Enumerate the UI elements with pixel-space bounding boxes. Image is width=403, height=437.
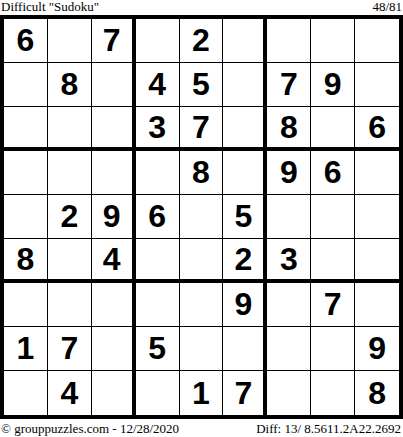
cell-r8c1: 1 <box>4 327 48 371</box>
cell-r2c6[interactable] <box>223 63 267 107</box>
cell-r6c4[interactable] <box>136 239 180 283</box>
cell-r7c8: 7 <box>311 283 355 327</box>
cell-r5c3: 9 <box>92 195 136 239</box>
cell-r8c6[interactable] <box>223 327 267 371</box>
cell-r4c9[interactable] <box>355 151 399 195</box>
cell-r7c4[interactable] <box>136 283 180 327</box>
cell-r3c1[interactable] <box>4 107 48 151</box>
cell-r6c1: 8 <box>4 239 48 283</box>
cell-r3c6[interactable] <box>223 107 267 151</box>
cell-r8c2: 7 <box>48 327 92 371</box>
cell-r6c9[interactable] <box>355 239 399 283</box>
difficulty-text: Diff: 13/ 8.5611.2A22.2692 <box>256 421 401 436</box>
cell-r6c2[interactable] <box>48 239 92 283</box>
cell-r9c4[interactable] <box>136 371 180 415</box>
cell-r8c3[interactable] <box>92 327 136 371</box>
cell-r2c2: 8 <box>48 63 92 107</box>
footer-bar: © grouppuzzles.com - 12/28/2020 Diff: 13… <box>0 419 403 437</box>
cell-r5c5[interactable] <box>180 195 224 239</box>
cell-r9c6: 7 <box>223 371 267 415</box>
cell-r8c8[interactable] <box>311 327 355 371</box>
cell-r7c7[interactable] <box>267 283 311 327</box>
cell-r4c4[interactable] <box>136 151 180 195</box>
cell-r2c9[interactable] <box>355 63 399 107</box>
cell-r1c2[interactable] <box>48 19 92 63</box>
cell-r4c2[interactable] <box>48 151 92 195</box>
cell-r8c5[interactable] <box>180 327 224 371</box>
cell-r3c2[interactable] <box>48 107 92 151</box>
cell-r1c7[interactable] <box>267 19 311 63</box>
cell-r3c3[interactable] <box>92 107 136 151</box>
cell-r3c7: 8 <box>267 107 311 151</box>
cell-r9c8[interactable] <box>311 371 355 415</box>
cell-r5c4: 6 <box>136 195 180 239</box>
cell-r6c6: 2 <box>223 239 267 283</box>
cell-r9c5: 1 <box>180 371 224 415</box>
cell-r6c8[interactable] <box>311 239 355 283</box>
cell-r1c9[interactable] <box>355 19 399 63</box>
cell-r1c6[interactable] <box>223 19 267 63</box>
cell-r6c5[interactable] <box>180 239 224 283</box>
empty-cells-counter: 48/81 <box>372 0 402 13</box>
cell-r3c5: 7 <box>180 107 224 151</box>
cell-r2c8: 9 <box>311 63 355 107</box>
cell-r1c4[interactable] <box>136 19 180 63</box>
sudoku-page: Difficult "Sudoku" 48/81 672845793786896… <box>0 0 403 437</box>
cell-r7c3[interactable] <box>92 283 136 327</box>
cell-r5c7[interactable] <box>267 195 311 239</box>
cell-r4c1[interactable] <box>4 151 48 195</box>
copyright-text: © grouppuzzles.com - 12/28/2020 <box>1 421 179 436</box>
cell-r5c8[interactable] <box>311 195 355 239</box>
cell-r6c7: 3 <box>267 239 311 283</box>
cell-r9c9: 8 <box>355 371 399 415</box>
cell-r1c3: 7 <box>92 19 136 63</box>
cell-r8c7[interactable] <box>267 327 311 371</box>
cell-r5c6: 5 <box>223 195 267 239</box>
cell-r7c5[interactable] <box>180 283 224 327</box>
cell-r3c4: 3 <box>136 107 180 151</box>
cell-r1c1: 6 <box>4 19 48 63</box>
cell-r7c2[interactable] <box>48 283 92 327</box>
cell-r2c5: 5 <box>180 63 224 107</box>
header-bar: Difficult "Sudoku" 48/81 <box>0 0 403 15</box>
cell-r9c2: 4 <box>48 371 92 415</box>
cell-r3c9: 6 <box>355 107 399 151</box>
cell-r5c1[interactable] <box>4 195 48 239</box>
cell-r9c1[interactable] <box>4 371 48 415</box>
cell-r1c8[interactable] <box>311 19 355 63</box>
cell-r3c8[interactable] <box>311 107 355 151</box>
cell-r4c7: 9 <box>267 151 311 195</box>
cell-r7c6: 9 <box>223 283 267 327</box>
cell-r2c7: 7 <box>267 63 311 107</box>
cell-r7c9[interactable] <box>355 283 399 327</box>
cell-r7c1[interactable] <box>4 283 48 327</box>
cell-r8c4: 5 <box>136 327 180 371</box>
cell-r8c9: 9 <box>355 327 399 371</box>
cell-r4c5: 8 <box>180 151 224 195</box>
cell-r4c8: 6 <box>311 151 355 195</box>
cell-r6c3: 4 <box>92 239 136 283</box>
sudoku-board: 672845793786896296584239717594178 <box>0 15 403 419</box>
cell-r2c1[interactable] <box>4 63 48 107</box>
cell-r5c9[interactable] <box>355 195 399 239</box>
cell-r4c6[interactable] <box>223 151 267 195</box>
cell-r5c2: 2 <box>48 195 92 239</box>
page-title: Difficult "Sudoku" <box>1 0 99 13</box>
cell-r9c7[interactable] <box>267 371 311 415</box>
cell-r2c3[interactable] <box>92 63 136 107</box>
cell-r9c3[interactable] <box>92 371 136 415</box>
cell-r2c4: 4 <box>136 63 180 107</box>
cell-r1c5: 2 <box>180 19 224 63</box>
cell-r4c3[interactable] <box>92 151 136 195</box>
